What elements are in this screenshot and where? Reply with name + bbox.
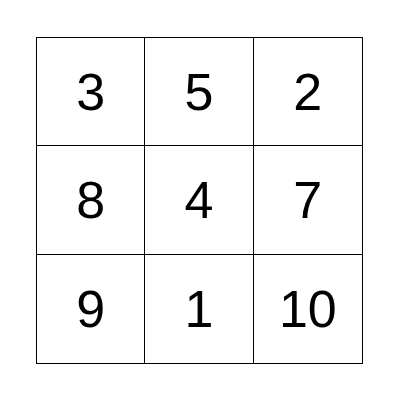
grid-cell-r1-c1[interactable]: 4	[145, 146, 253, 254]
grid-cell-r0-c1[interactable]: 5	[145, 38, 253, 146]
page-background: 3 5 2 8 4 7 9 1 10	[0, 0, 400, 400]
grid-cell-r0-c2[interactable]: 2	[254, 38, 362, 146]
grid-cell-r0-c0[interactable]: 3	[37, 38, 145, 146]
grid-cell-r2-c1[interactable]: 1	[145, 255, 253, 363]
grid-cell-r1-c2[interactable]: 7	[254, 146, 362, 254]
grid-cell-r2-c2[interactable]: 10	[254, 255, 362, 363]
grid-cell-r1-c0[interactable]: 8	[37, 146, 145, 254]
grid-cell-r2-c0[interactable]: 9	[37, 255, 145, 363]
number-grid-board: 3 5 2 8 4 7 9 1 10	[36, 37, 363, 364]
